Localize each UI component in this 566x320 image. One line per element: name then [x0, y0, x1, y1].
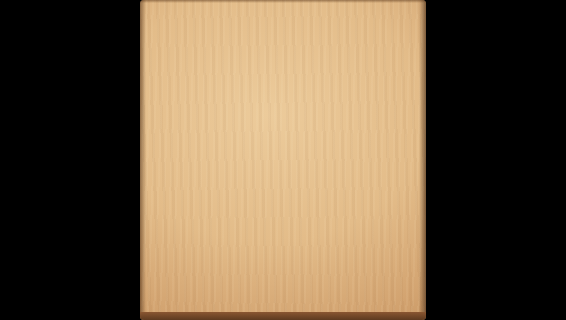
board-grid: [140, 0, 426, 320]
xiangqi-board[interactable]: [140, 0, 426, 320]
